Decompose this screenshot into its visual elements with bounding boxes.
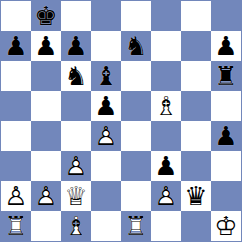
square-e4[interactable] bbox=[121, 121, 151, 151]
black-pawn-icon: ♟ bbox=[1, 31, 31, 61]
square-b2[interactable]: ♟♙ bbox=[31, 181, 61, 211]
square-e1[interactable]: ♜♖ bbox=[121, 211, 151, 241]
square-d8[interactable] bbox=[91, 1, 121, 31]
square-b3[interactable] bbox=[31, 151, 61, 181]
white-pawn-icon: ♙ bbox=[31, 181, 61, 211]
square-g8[interactable] bbox=[181, 1, 211, 31]
white-bishop-icon: ♗ bbox=[151, 91, 181, 121]
square-b4[interactable] bbox=[31, 121, 61, 151]
black-pawn-icon: ♟ bbox=[61, 31, 91, 61]
piece-white-pawn[interactable]: ♟♙ bbox=[91, 121, 121, 151]
square-d6[interactable]: ♝ bbox=[91, 61, 121, 91]
black-knight-icon: ♞ bbox=[121, 31, 151, 61]
square-g3[interactable] bbox=[181, 151, 211, 181]
square-d3[interactable] bbox=[91, 151, 121, 181]
square-f8[interactable] bbox=[151, 1, 181, 31]
black-pawn-icon: ♟ bbox=[211, 121, 241, 151]
white-pawn-icon: ♙ bbox=[61, 151, 91, 181]
square-c6[interactable]: ♞ bbox=[61, 61, 91, 91]
square-a2[interactable]: ♟♙ bbox=[1, 181, 31, 211]
square-g7[interactable] bbox=[181, 31, 211, 61]
piece-black-pawn[interactable]: ♟ bbox=[31, 31, 61, 61]
black-pawn-icon: ♟ bbox=[31, 31, 61, 61]
square-b8[interactable]: ♚ bbox=[31, 1, 61, 31]
square-f6[interactable] bbox=[151, 61, 181, 91]
square-g6[interactable] bbox=[181, 61, 211, 91]
black-queen-icon: ♛ bbox=[181, 181, 211, 211]
piece-white-pawn[interactable]: ♟♙ bbox=[31, 181, 61, 211]
square-f7[interactable] bbox=[151, 31, 181, 61]
square-e7[interactable]: ♞ bbox=[121, 31, 151, 61]
black-king-icon: ♚ bbox=[31, 1, 61, 31]
square-d2[interactable] bbox=[91, 181, 121, 211]
square-f4[interactable] bbox=[151, 121, 181, 151]
white-rook-icon: ♖ bbox=[121, 211, 151, 241]
square-f5[interactable]: ♝♗ bbox=[151, 91, 181, 121]
square-c4[interactable] bbox=[61, 121, 91, 151]
white-queen-icon: ♕ bbox=[61, 181, 91, 211]
square-a6[interactable] bbox=[1, 61, 31, 91]
square-d5[interactable]: ♟ bbox=[91, 91, 121, 121]
piece-white-queen[interactable]: ♛♕ bbox=[61, 181, 91, 211]
square-a3[interactable] bbox=[1, 151, 31, 181]
white-pawn-icon: ♙ bbox=[1, 181, 31, 211]
square-a8[interactable] bbox=[1, 1, 31, 31]
black-pawn-icon: ♟ bbox=[211, 31, 241, 61]
square-b5[interactable] bbox=[31, 91, 61, 121]
square-g4[interactable] bbox=[181, 121, 211, 151]
square-h1[interactable]: ♚♔ bbox=[211, 211, 241, 241]
square-d4[interactable]: ♟♙ bbox=[91, 121, 121, 151]
white-pawn-icon: ♙ bbox=[91, 121, 121, 151]
square-d1[interactable] bbox=[91, 211, 121, 241]
square-c7[interactable]: ♟ bbox=[61, 31, 91, 61]
square-f1[interactable] bbox=[151, 211, 181, 241]
piece-black-pawn[interactable]: ♟ bbox=[211, 121, 241, 151]
white-pawn-icon: ♙ bbox=[151, 181, 181, 211]
piece-black-knight[interactable]: ♞ bbox=[61, 61, 91, 91]
black-pawn-icon: ♟ bbox=[151, 151, 181, 181]
piece-white-pawn[interactable]: ♟♙ bbox=[61, 151, 91, 181]
square-g2[interactable]: ♛ bbox=[181, 181, 211, 211]
square-e3[interactable] bbox=[121, 151, 151, 181]
square-a4[interactable] bbox=[1, 121, 31, 151]
piece-black-pawn[interactable]: ♟ bbox=[91, 91, 121, 121]
square-h7[interactable]: ♟ bbox=[211, 31, 241, 61]
piece-white-bishop[interactable]: ♝♗ bbox=[151, 91, 181, 121]
square-h5[interactable] bbox=[211, 91, 241, 121]
chess-board: ♚♟♟♟♞♟♞♝♜♟♝♗♟♙♟♟♙♟♟♙♟♙♛♕♟♙♛♜♖♝♗♜♖♚♔ bbox=[0, 0, 242, 242]
black-bishop-icon: ♝ bbox=[91, 61, 121, 91]
square-h2[interactable] bbox=[211, 181, 241, 211]
square-e8[interactable] bbox=[121, 1, 151, 31]
square-b6[interactable] bbox=[31, 61, 61, 91]
piece-white-king[interactable]: ♚♔ bbox=[211, 211, 241, 241]
white-bishop-icon: ♗ bbox=[61, 211, 91, 241]
square-f3[interactable]: ♟ bbox=[151, 151, 181, 181]
square-d7[interactable] bbox=[91, 31, 121, 61]
square-g1[interactable] bbox=[181, 211, 211, 241]
piece-black-knight[interactable]: ♞ bbox=[121, 31, 151, 61]
white-rook-icon: ♖ bbox=[1, 211, 31, 241]
square-a5[interactable] bbox=[1, 91, 31, 121]
square-c2[interactable]: ♛♕ bbox=[61, 181, 91, 211]
square-f2[interactable]: ♟♙ bbox=[151, 181, 181, 211]
square-g5[interactable] bbox=[181, 91, 211, 121]
piece-white-rook[interactable]: ♜♖ bbox=[121, 211, 151, 241]
square-c8[interactable] bbox=[61, 1, 91, 31]
square-c3[interactable]: ♟♙ bbox=[61, 151, 91, 181]
white-king-icon: ♔ bbox=[211, 211, 241, 241]
piece-white-pawn[interactable]: ♟♙ bbox=[1, 181, 31, 211]
square-e2[interactable] bbox=[121, 181, 151, 211]
square-c5[interactable] bbox=[61, 91, 91, 121]
piece-white-rook[interactable]: ♜♖ bbox=[1, 211, 31, 241]
square-e5[interactable] bbox=[121, 91, 151, 121]
piece-black-king[interactable]: ♚ bbox=[31, 1, 61, 31]
square-h4[interactable]: ♟ bbox=[211, 121, 241, 151]
square-h6[interactable]: ♜ bbox=[211, 61, 241, 91]
piece-white-pawn[interactable]: ♟♙ bbox=[151, 181, 181, 211]
square-a1[interactable]: ♜♖ bbox=[1, 211, 31, 241]
square-b7[interactable]: ♟ bbox=[31, 31, 61, 61]
square-a7[interactable]: ♟ bbox=[1, 31, 31, 61]
square-b1[interactable] bbox=[31, 211, 61, 241]
piece-white-bishop[interactable]: ♝♗ bbox=[61, 211, 91, 241]
square-e6[interactable] bbox=[121, 61, 151, 91]
black-knight-icon: ♞ bbox=[61, 61, 91, 91]
piece-black-pawn[interactable]: ♟ bbox=[1, 31, 31, 61]
piece-black-queen[interactable]: ♛ bbox=[181, 181, 211, 211]
piece-black-pawn[interactable]: ♟ bbox=[61, 31, 91, 61]
square-h8[interactable] bbox=[211, 1, 241, 31]
square-h3[interactable] bbox=[211, 151, 241, 181]
piece-black-pawn[interactable]: ♟ bbox=[151, 151, 181, 181]
black-rook-icon: ♜ bbox=[211, 61, 241, 91]
square-c1[interactable]: ♝♗ bbox=[61, 211, 91, 241]
piece-black-rook[interactable]: ♜ bbox=[211, 61, 241, 91]
piece-black-bishop[interactable]: ♝ bbox=[91, 61, 121, 91]
black-pawn-icon: ♟ bbox=[91, 91, 121, 121]
piece-black-pawn[interactable]: ♟ bbox=[211, 31, 241, 61]
